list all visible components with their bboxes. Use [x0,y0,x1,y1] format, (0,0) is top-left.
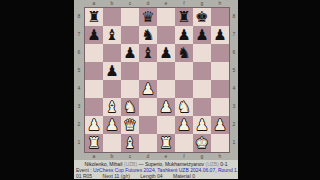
rank-label-6: 6 [230,43,238,61]
square-g6 [193,44,211,62]
square-b6 [103,44,121,62]
rank-labels-left: 87654321 [74,7,84,153]
rank-label-4: 4 [230,79,238,97]
square-g5 [193,62,211,80]
white-pawn-d4: ♟ [141,80,154,98]
square-g4 [193,80,211,98]
rank-label-2: 2 [74,115,84,133]
rank-label-5: 5 [230,61,238,79]
file-label-a: a [85,153,103,160]
rank-label-4: 4 [74,79,84,97]
square-f2: ♟ [175,116,193,134]
file-label-d: d [139,153,157,160]
file-label-e: e [157,153,175,160]
rank-label-8: 8 [74,7,84,25]
square-d4: ♟ [139,80,157,98]
chess-board: ♜♛♜♚♟♝♞♟♟♟♟♝♟♞♟♟♝♞♟♞♟♟♛♟♟♟♜♝♜♚ [84,7,230,153]
black-pawn-h7: ♟ [213,26,226,44]
square-c4 [121,80,139,98]
file-label-g: g [193,153,211,160]
square-b3: ♝ [103,98,121,116]
white-rook-e1: ♜ [159,134,172,152]
square-e3: ♟ [157,98,175,116]
square-a8: ♜ [85,8,103,26]
white-pawn-f2: ♟ [177,116,190,134]
file-label-f: f [175,153,193,160]
black-pawn-c6: ♟ [123,44,136,62]
white-pawn-e3: ♟ [159,98,172,116]
stat-move-number: 01 R05 [76,173,92,179]
black-rook-a8: ♜ [87,8,100,26]
rank-label-6: 6 [74,43,84,61]
square-b4 [103,80,121,98]
square-g1: ♚ [193,134,211,152]
white-knight-c3: ♞ [123,98,136,116]
rank-label-7: 7 [74,25,84,43]
black-pawn-g7: ♟ [195,26,208,44]
file-labels-top: abcdefgh [85,0,238,7]
white-bishop-b3: ♝ [105,98,118,116]
square-f6: ♞ [175,44,193,62]
file-label-e: e [157,0,175,7]
square-a3 [85,98,103,116]
rank-label-7: 7 [230,25,238,43]
square-h5 [211,62,229,80]
black-pawn-a7: ♟ [87,26,100,44]
rank-label-3: 3 [230,97,238,115]
square-h7: ♟ [211,26,229,44]
rank-labels-right: 87654321 [230,7,238,153]
square-d2 [139,116,157,134]
square-f8: ♜ [175,8,193,26]
square-a7: ♟ [85,26,103,44]
black-queen-d8: ♛ [141,8,154,26]
white-queen-c2: ♛ [123,116,136,134]
game-info-caption: Nikolenko, Mihail (UZB) — Superio, Mukha… [74,160,238,179]
square-e7 [157,26,175,44]
square-f4 [175,80,193,98]
square-d6: ♝ [139,44,157,62]
file-label-d: d [139,0,157,7]
square-a6 [85,44,103,62]
stat-next: Next 11 (g/r) [103,173,130,179]
square-e1: ♜ [157,134,175,152]
square-g7: ♟ [193,26,211,44]
black-knight-f6: ♞ [177,44,190,62]
file-label-a: a [85,0,103,7]
square-h8 [211,8,229,26]
rank-label-5: 5 [74,61,84,79]
square-d7: ♞ [139,26,157,44]
chess-panel: abcdefgh 87654321 ♜♛♜♚♟♝♞♟♟♟♟♝♟♞♟♟♝♞♟♞♟♟… [74,0,238,176]
rank-label-3: 3 [74,97,84,115]
square-b2: ♟ [103,116,121,134]
stat-length: Length 04 [140,173,162,179]
black-bishop-d6: ♝ [141,44,154,62]
square-h3 [211,98,229,116]
black-pawn-f7: ♟ [177,26,190,44]
video-frame: abcdefgh 87654321 ♜♛♜♚♟♝♞♟♟♟♟♝♟♞♟♟♝♞♟♞♟♟… [0,0,320,180]
rank-label-1: 1 [230,133,238,151]
file-labels-bottom: abcdefgh [85,153,238,159]
square-e6: ♟ [157,44,175,62]
square-a1: ♜ [85,134,103,152]
square-g8: ♚ [193,8,211,26]
black-knight-d7: ♞ [141,26,154,44]
file-label-c: c [121,0,139,7]
square-b5: ♟ [103,62,121,80]
square-c1: ♝ [121,134,139,152]
stats-line: 01 R05 Next 11 (g/r) Length 04 Material … [76,173,236,179]
square-e2 [157,116,175,134]
square-f7: ♟ [175,26,193,44]
white-pawn-h2: ♟ [213,116,226,134]
white-pawn-g2: ♟ [195,116,208,134]
square-d3 [139,98,157,116]
square-f3: ♞ [175,98,193,116]
square-b8 [103,8,121,26]
file-label-h: h [211,153,229,160]
square-b1 [103,134,121,152]
square-h2: ♟ [211,116,229,134]
square-g3 [193,98,211,116]
file-label-c: c [121,153,139,160]
square-e5 [157,62,175,80]
file-label-b: b [103,153,121,160]
square-a4 [85,80,103,98]
square-c6: ♟ [121,44,139,62]
square-c8 [121,8,139,26]
square-f1 [175,134,193,152]
white-king-g1: ♚ [195,134,208,152]
square-c5 [121,62,139,80]
black-rook-f8: ♜ [177,8,190,26]
square-c7 [121,26,139,44]
square-h6 [211,44,229,62]
square-c2: ♛ [121,116,139,134]
rank-label-2: 2 [230,115,238,133]
square-e8 [157,8,175,26]
white-knight-f3: ♞ [177,98,190,116]
square-d1 [139,134,157,152]
square-c3: ♞ [121,98,139,116]
square-h4 [211,80,229,98]
black-bishop-b7: ♝ [105,26,118,44]
white-pawn-b2: ♟ [105,116,118,134]
black-pawn-e6: ♟ [159,44,172,62]
square-g2: ♟ [193,116,211,134]
square-d8: ♛ [139,8,157,26]
white-rook-a1: ♜ [87,134,100,152]
square-d5 [139,62,157,80]
black-king-g8: ♚ [195,8,208,26]
black-pawn-b5: ♟ [105,62,118,80]
square-e4 [157,80,175,98]
file-label-h: h [211,0,229,7]
white-bishop-c1: ♝ [123,134,136,152]
white-pawn-a2: ♟ [87,116,100,134]
square-a2: ♟ [85,116,103,134]
stat-material: Material 0 [173,173,195,179]
rank-label-1: 1 [74,133,84,151]
square-b7: ♝ [103,26,121,44]
square-a5 [85,62,103,80]
file-label-f: f [175,0,193,7]
square-f5 [175,62,193,80]
file-label-b: b [103,0,121,7]
rank-label-8: 8 [230,7,238,25]
square-h1 [211,134,229,152]
file-label-g: g [193,0,211,7]
